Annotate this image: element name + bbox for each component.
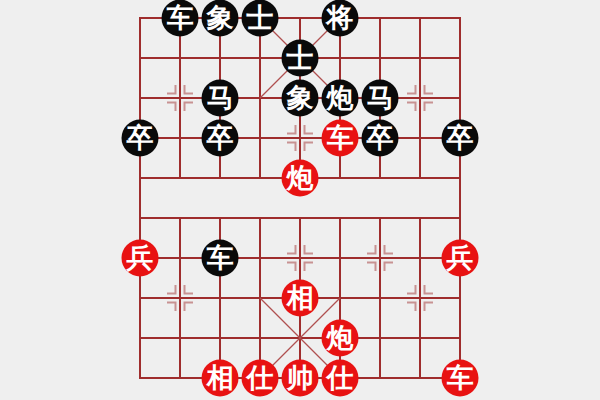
piece-red-elephant[interactable]: 相 — [282, 280, 319, 317]
piece-red-chariot[interactable]: 车 — [322, 120, 359, 157]
piece-red-advisor[interactable]: 仕 — [242, 360, 279, 397]
piece-black-elephant[interactable]: 象 — [282, 80, 319, 117]
piece-black-soldier[interactable]: 卒 — [122, 120, 159, 157]
piece-black-elephant[interactable]: 象 — [202, 0, 239, 37]
piece-black-horse[interactable]: 马 — [362, 80, 399, 117]
piece-red-advisor[interactable]: 仕 — [322, 360, 359, 397]
piece-black-chariot[interactable]: 车 — [162, 0, 199, 37]
piece-black-cannon[interactable]: 炮 — [322, 80, 359, 117]
piece-red-cannon[interactable]: 炮 — [282, 160, 319, 197]
piece-red-chariot[interactable]: 车 — [442, 360, 479, 397]
piece-red-soldier[interactable]: 兵 — [442, 240, 479, 277]
piece-black-horse[interactable]: 马 — [202, 80, 239, 117]
xiangqi-app: 车象士将士马象炮马卒卒车卒卒炮兵车兵相炮相仕帅仕车 — [0, 0, 600, 400]
piece-red-general[interactable]: 帅 — [282, 360, 319, 397]
piece-black-soldier[interactable]: 卒 — [362, 120, 399, 157]
piece-black-chariot[interactable]: 车 — [202, 240, 239, 277]
piece-red-cannon[interactable]: 炮 — [322, 320, 359, 357]
piece-black-soldier[interactable]: 卒 — [202, 120, 239, 157]
piece-black-advisor[interactable]: 士 — [282, 40, 319, 77]
piece-red-elephant[interactable]: 相 — [202, 360, 239, 397]
piece-red-soldier[interactable]: 兵 — [122, 240, 159, 277]
piece-black-soldier[interactable]: 卒 — [442, 120, 479, 157]
piece-black-general[interactable]: 将 — [322, 0, 359, 37]
piece-black-advisor[interactable]: 士 — [242, 0, 279, 37]
